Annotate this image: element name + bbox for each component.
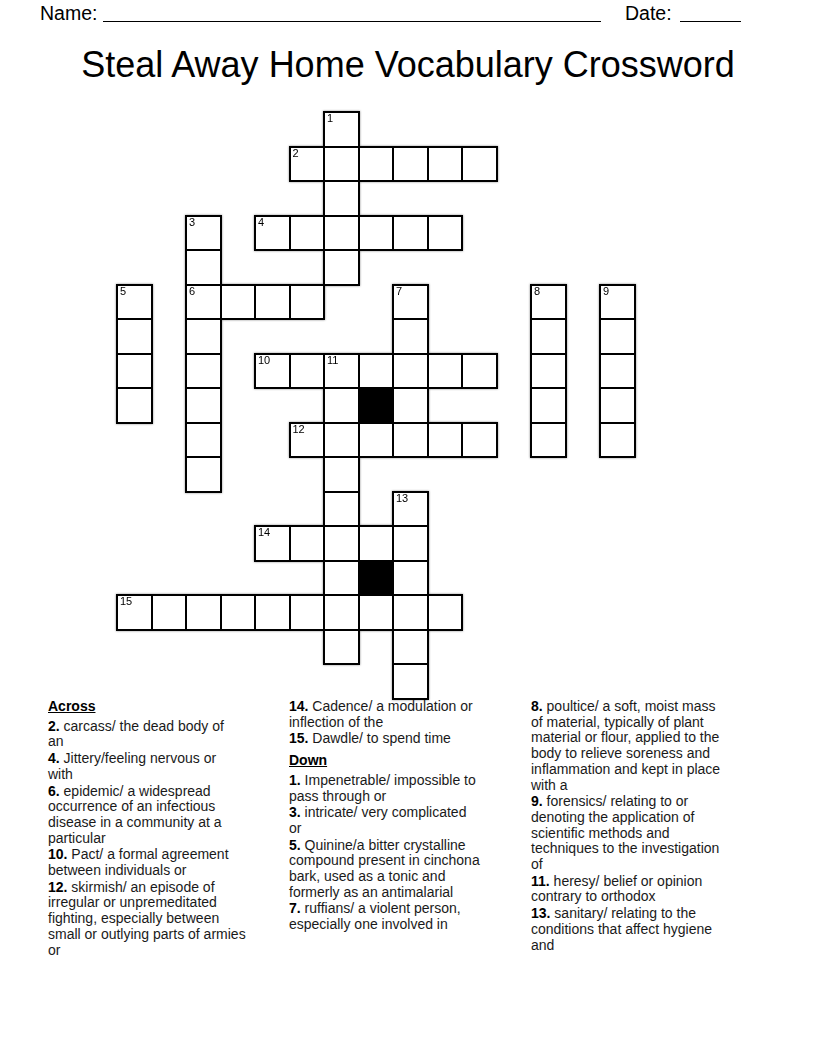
grid-cell[interactable] <box>323 491 360 528</box>
clue-across-4: 4. Jittery/feeling nervous or with <box>48 751 281 782</box>
clue-column-right: 8. poultice/ a soft, moist mass of mater… <box>531 699 761 954</box>
grid-cell[interactable] <box>151 594 188 631</box>
grid-cell[interactable] <box>599 353 636 390</box>
grid-cell[interactable] <box>323 146 360 183</box>
clue-number-label: 11. <box>531 873 550 889</box>
grid-cell[interactable]: 1 <box>323 111 360 148</box>
clue-number: 15 <box>120 595 132 608</box>
clue-number: 13 <box>396 492 408 505</box>
clue-text: Pact/ a formal agreement between individ… <box>48 846 229 878</box>
grid-cell[interactable]: 8 <box>530 284 567 321</box>
grid-cell[interactable] <box>289 594 326 631</box>
grid-cell[interactable] <box>530 422 567 459</box>
clue-down-7: 7. ruffians/ a violent person, especiall… <box>289 901 517 932</box>
grid-cell[interactable] <box>323 387 360 424</box>
grid-cell[interactable] <box>392 422 429 459</box>
grid-cell[interactable] <box>185 353 222 390</box>
clue-down-1: 1. Impenetrable/ impossible to pass thro… <box>289 773 517 804</box>
clue-number-label: 10. <box>48 846 67 862</box>
grid-cell[interactable] <box>185 249 222 286</box>
clue-number: 12 <box>293 423 305 436</box>
grid-cell[interactable]: 11 <box>323 353 360 390</box>
grid-cell[interactable]: 12 <box>289 422 326 459</box>
clue-column-middle: 14. Cadence/ a modulation or inflection … <box>289 699 517 934</box>
grid-cell[interactable] <box>116 387 153 424</box>
grid-cell[interactable] <box>392 560 429 597</box>
clue-number-label: 5. <box>289 837 301 853</box>
clue-down-13: 13. sanitary/ relating to the conditions… <box>531 906 761 953</box>
grid-cell[interactable] <box>185 318 222 355</box>
clue-number-label: 2. <box>48 718 60 734</box>
grid-cell[interactable] <box>289 284 326 321</box>
grid-cell[interactable]: 10 <box>254 353 291 390</box>
clue-text: Jittery/feeling nervous or with <box>48 750 216 782</box>
clue-number: 5 <box>120 285 126 298</box>
grid-cell[interactable] <box>254 284 291 321</box>
grid-cell[interactable]: 14 <box>254 525 291 562</box>
grid-cell[interactable] <box>427 215 464 252</box>
date-input-line[interactable] <box>680 21 741 22</box>
grid-cell[interactable] <box>358 215 395 252</box>
grid-cell[interactable]: 4 <box>254 215 291 252</box>
date-label: Date: <box>625 2 672 24</box>
clue-down-8: 8. poultice/ a soft, moist mass of mater… <box>531 699 761 793</box>
clue-number-label: 7. <box>289 900 301 916</box>
clue-number-label: 12. <box>48 879 67 895</box>
clue-text: poultice/ a soft, moist mass of material… <box>531 698 720 793</box>
clue-number: 14 <box>258 526 270 539</box>
clue-across-14: 14. Cadence/ a modulation or inflection … <box>289 699 517 730</box>
clue-text: Impenetrable/ impossible to pass through… <box>289 772 476 804</box>
grid-cell[interactable] <box>358 594 395 631</box>
clue-text: Quinine/a bitter crystalline compound pr… <box>289 837 480 900</box>
grid-cell[interactable] <box>323 180 360 217</box>
grid-cell[interactable] <box>323 629 360 666</box>
grid-cell[interactable] <box>392 215 429 252</box>
clue-number-label: 1. <box>289 772 301 788</box>
grid-cell[interactable] <box>323 456 360 493</box>
grid-cell[interactable] <box>289 353 326 390</box>
clue-text: heresy/ belief or opinion contrary to or… <box>531 873 702 905</box>
black-cell <box>358 560 395 597</box>
clue-across-2: 2. carcass/ the dead body of an <box>48 719 281 750</box>
clue-text: carcass/ the dead body of an <box>48 718 224 750</box>
grid-cell[interactable] <box>220 284 257 321</box>
grid-cell[interactable]: 7 <box>392 284 429 321</box>
grid-cell[interactable] <box>427 353 464 390</box>
clue-number-label: 14. <box>289 698 308 714</box>
grid-cell[interactable] <box>461 422 498 459</box>
grid-cell[interactable] <box>392 629 429 666</box>
grid-cell[interactable] <box>427 594 464 631</box>
clue-across-12: 12. skirmish/ an episode of irregular or… <box>48 880 281 959</box>
grid-cell[interactable]: 2 <box>289 146 326 183</box>
clue-number: 10 <box>258 354 270 367</box>
clue-number: 11 <box>327 354 338 367</box>
clue-number: 9 <box>603 285 609 298</box>
clue-number: 1 <box>327 112 333 125</box>
clue-across-6: 6. epidemic/ a widespread occurrence of … <box>48 784 281 847</box>
grid-cell[interactable]: 9 <box>599 284 636 321</box>
clue-number: 7 <box>396 285 402 298</box>
grid-cell[interactable] <box>323 249 360 286</box>
grid-cell[interactable] <box>427 422 464 459</box>
grid-cell[interactable] <box>358 353 395 390</box>
clue-number: 4 <box>258 216 264 229</box>
clue-down-3: 3. intricate/ very complicated or <box>289 805 517 836</box>
grid-cell[interactable] <box>530 318 567 355</box>
black-cell <box>358 387 395 424</box>
grid-cell[interactable] <box>185 387 222 424</box>
clue-text: Dawdle/ to spend time <box>308 730 450 746</box>
clue-across-10: 10. Pact/ a formal agreement between ind… <box>48 847 281 878</box>
clue-across-15: 15. Dawdle/ to spend time <box>289 731 517 747</box>
grid-cell[interactable] <box>392 525 429 562</box>
clue-text: ruffians/ a violent person, especially o… <box>289 900 461 932</box>
grid-cell[interactable] <box>392 146 429 183</box>
clue-number: 8 <box>534 285 540 298</box>
clue-number: 6 <box>189 285 195 298</box>
clue-text: intricate/ very complicated or <box>289 804 466 836</box>
grid-cell[interactable] <box>323 422 360 459</box>
grid-cell[interactable] <box>254 594 291 631</box>
clue-number-label: 13. <box>531 905 550 921</box>
grid-cell[interactable]: 15 <box>116 594 153 631</box>
name-label: Name: <box>40 2 97 24</box>
clue-text: sanitary/ relating to the conditions tha… <box>531 905 712 952</box>
grid-cell[interactable] <box>289 525 326 562</box>
crossword-grid: 123456789101112131415 <box>116 111 637 700</box>
grid-cell[interactable]: 3 <box>185 215 222 252</box>
grid-cell[interactable] <box>185 456 222 493</box>
grid-cell[interactable] <box>116 318 153 355</box>
grid-cell[interactable] <box>392 594 429 631</box>
grid-cell[interactable] <box>323 525 360 562</box>
clue-down-5: 5. Quinine/a bitter crystalline compound… <box>289 838 517 901</box>
clue-number-label: 8. <box>531 698 543 714</box>
name-input-line[interactable] <box>103 21 601 22</box>
grid-cell[interactable] <box>116 353 153 390</box>
clue-number: 3 <box>189 216 195 229</box>
grid-cell[interactable] <box>358 146 395 183</box>
grid-cell[interactable] <box>358 525 395 562</box>
grid-cell[interactable] <box>323 215 360 252</box>
clue-number-label: 3. <box>289 804 301 820</box>
grid-cell[interactable] <box>530 387 567 424</box>
clue-column-left: Across 2. carcass/ the dead body of an 4… <box>48 699 281 959</box>
clue-down-9: 9. forensics/ relating to or denoting th… <box>531 794 761 873</box>
grid-cell[interactable] <box>185 422 222 459</box>
grid-cell[interactable] <box>323 560 360 597</box>
grid-cell[interactable]: 6 <box>185 284 222 321</box>
grid-cell[interactable] <box>392 353 429 390</box>
down-header: Down <box>289 753 517 769</box>
grid-cell[interactable] <box>599 422 636 459</box>
clue-number-label: 15. <box>289 730 308 746</box>
grid-cell[interactable] <box>461 353 498 390</box>
grid-cell[interactable] <box>392 318 429 355</box>
clue-text: epidemic/ a widespread occurrence of an … <box>48 783 222 846</box>
grid-cell[interactable] <box>599 387 636 424</box>
grid-cell[interactable] <box>599 318 636 355</box>
clue-number-label: 6. <box>48 783 60 799</box>
across-header: Across <box>48 699 281 715</box>
grid-cell[interactable] <box>461 146 498 183</box>
grid-cell[interactable]: 13 <box>392 491 429 528</box>
grid-cell[interactable] <box>392 387 429 424</box>
clue-text: Cadence/ a modulation or inflection of t… <box>289 698 473 730</box>
clue-number-label: 9. <box>531 793 543 809</box>
grid-cell[interactable] <box>530 353 567 390</box>
clue-down-11: 11. heresy/ belief or opinion contrary t… <box>531 874 761 905</box>
grid-cell[interactable] <box>289 215 326 252</box>
clue-text: skirmish/ an episode of irregular or unp… <box>48 879 246 958</box>
clue-number: 2 <box>293 147 299 160</box>
grid-cell[interactable] <box>185 594 222 631</box>
grid-cell[interactable] <box>323 594 360 631</box>
grid-cell[interactable] <box>220 594 257 631</box>
grid-cell[interactable]: 5 <box>116 284 153 321</box>
clue-text: forensics/ relating to or denoting the a… <box>531 793 719 872</box>
grid-cell[interactable] <box>358 422 395 459</box>
page-title: Steal Away Home Vocabulary Crossword <box>0 44 816 86</box>
clue-number-label: 4. <box>48 750 60 766</box>
grid-cell[interactable] <box>427 146 464 183</box>
grid-cell[interactable] <box>392 663 429 700</box>
